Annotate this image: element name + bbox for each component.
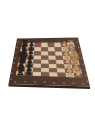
board-square (48, 43, 55, 47)
chess-piece-black-r: ♜ (16, 65, 25, 77)
board-square (33, 67, 41, 71)
board-square (41, 55, 48, 59)
board-square (41, 72, 49, 76)
board-square (34, 59, 42, 63)
product-photo: 87654321aabbccddeeffgghh♜♟♟♜♞♟♟♞♝♟♟♝♚♟♟♚… (0, 0, 95, 126)
board-square (49, 68, 57, 72)
board-square (48, 47, 55, 51)
chess-piece-black-p: ♟ (25, 67, 33, 77)
board-square (41, 59, 49, 63)
board-square (33, 63, 41, 67)
board-square (41, 64, 49, 68)
board-square (49, 72, 58, 77)
board-square (34, 55, 41, 59)
board-square (48, 51, 55, 55)
chess-board-photo: 87654321aabbccddeeffgghh♜♟♟♜♞♟♟♞♝♟♟♝♚♟♟♚… (0, 0, 95, 126)
board-square (35, 43, 42, 47)
board-square (48, 55, 56, 59)
chess-piece-white-r: ♜ (74, 67, 83, 79)
board-square (41, 68, 49, 72)
board-square (49, 64, 57, 68)
board-square (34, 47, 41, 51)
board-square (34, 51, 41, 55)
board-square (41, 47, 48, 51)
board-square (49, 60, 57, 64)
board-square (41, 43, 48, 47)
board-square (33, 72, 41, 76)
board-square (41, 51, 48, 55)
